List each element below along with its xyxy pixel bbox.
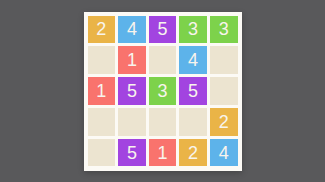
cell-r2c3-empty[interactable] — [149, 46, 177, 74]
tile-value: 4 — [188, 51, 198, 69]
tile-value: 5 — [127, 144, 137, 162]
cell-r3c3-tile-3[interactable]: 3 — [149, 77, 177, 105]
cell-r3c5-empty[interactable] — [210, 77, 238, 105]
cell-r2c5-empty[interactable] — [210, 46, 238, 74]
cell-r1c5-tile-3[interactable]: 3 — [210, 16, 238, 44]
cell-r1c2-tile-4[interactable]: 4 — [118, 16, 146, 44]
cell-r4c5-tile-2[interactable]: 2 — [210, 108, 238, 136]
cell-r1c1-tile-2[interactable]: 2 — [88, 16, 116, 44]
tile-value: 2 — [219, 113, 229, 131]
cell-r4c2-empty[interactable] — [118, 108, 146, 136]
cell-r3c1-tile-1[interactable]: 1 — [88, 77, 116, 105]
cell-r5c3-tile-1[interactable]: 1 — [149, 139, 177, 167]
tile-value: 4 — [219, 144, 229, 162]
tile-value: 1 — [96, 82, 106, 100]
tile-value: 4 — [127, 20, 137, 38]
cell-r5c4-tile-2[interactable]: 2 — [179, 139, 207, 167]
cell-r2c1-empty[interactable] — [88, 46, 116, 74]
puzzle-board: 2453314153525124 — [84, 12, 242, 171]
cell-r5c1-empty[interactable] — [88, 139, 116, 167]
cell-r4c3-empty[interactable] — [149, 108, 177, 136]
tile-value: 2 — [96, 20, 106, 38]
cell-r2c4-tile-4[interactable]: 4 — [179, 46, 207, 74]
tile-value: 3 — [188, 20, 198, 38]
cell-r3c2-tile-5[interactable]: 5 — [118, 77, 146, 105]
cell-r1c3-tile-5[interactable]: 5 — [149, 16, 177, 44]
tile-value: 5 — [157, 20, 167, 38]
cell-r3c4-tile-5[interactable]: 5 — [179, 77, 207, 105]
tile-value: 5 — [127, 82, 137, 100]
cell-r5c5-tile-4[interactable]: 4 — [210, 139, 238, 167]
cell-r4c1-empty[interactable] — [88, 108, 116, 136]
tile-value: 1 — [127, 51, 137, 69]
tile-value: 2 — [188, 144, 198, 162]
tile-value: 3 — [157, 82, 167, 100]
cell-r4c4-empty[interactable] — [179, 108, 207, 136]
tile-value: 5 — [188, 82, 198, 100]
tile-value: 1 — [157, 144, 167, 162]
app-background: 2453314153525124 — [0, 0, 325, 182]
cell-r2c2-tile-1[interactable]: 1 — [118, 46, 146, 74]
tile-value: 3 — [219, 20, 229, 38]
cell-r5c2-tile-5[interactable]: 5 — [118, 139, 146, 167]
cell-r1c4-tile-3[interactable]: 3 — [179, 16, 207, 44]
